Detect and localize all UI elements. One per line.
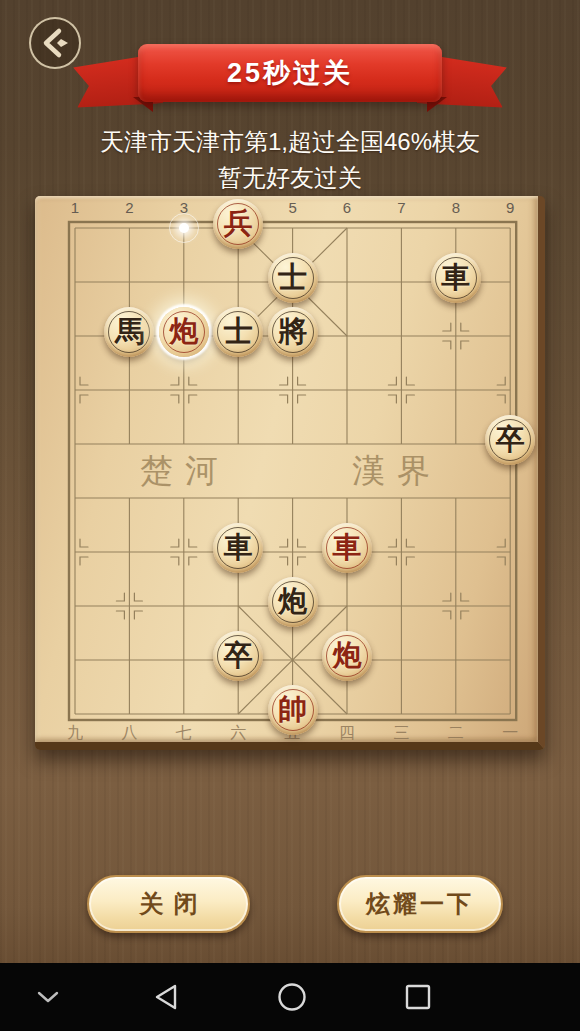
svg-text:一: 一 (502, 723, 518, 742)
xiangqi-board[interactable]: 123456789九八七六五四三二一楚河漢界 兵士車馬炮士將卒車車炮卒炮帥 (35, 196, 545, 750)
piece-red-cannon[interactable]: 炮 (159, 307, 209, 357)
piece-character: 炮 (268, 577, 318, 627)
piece-black-general[interactable]: 將 (268, 307, 318, 357)
piece-character: 車 (322, 523, 372, 573)
back-button[interactable] (29, 17, 81, 69)
svg-text:2: 2 (125, 199, 133, 216)
piece-character: 士 (213, 307, 263, 357)
piece-red-soldier[interactable]: 兵 (213, 199, 263, 249)
piece-character: 炮 (322, 631, 372, 681)
friends-text: 暂无好友过关 (0, 162, 580, 194)
rank-text: 天津市天津市第1,超过全国46%棋友 (0, 126, 580, 158)
piece-black-cannon[interactable]: 炮 (268, 577, 318, 627)
piece-black-chariot[interactable]: 車 (213, 523, 263, 573)
screen: 25秒过关 天津市天津市第1,超过全国46%棋友 暂无好友过关 12345678… (0, 0, 580, 1031)
svg-text:6: 6 (343, 199, 351, 216)
piece-character: 車 (213, 523, 263, 573)
piece-black-soldier[interactable]: 卒 (213, 631, 263, 681)
back-triangle-icon[interactable] (136, 963, 196, 1031)
piece-character: 車 (431, 253, 481, 303)
svg-text:8: 8 (452, 199, 460, 216)
piece-character: 炮 (159, 307, 209, 357)
piece-black-soldier[interactable]: 卒 (485, 415, 535, 465)
svg-text:九: 九 (67, 723, 83, 742)
back-arrow-icon (31, 19, 79, 67)
svg-text:七: 七 (175, 723, 192, 742)
svg-text:7: 7 (397, 199, 405, 216)
svg-text:四: 四 (339, 723, 355, 742)
piece-character: 帥 (268, 685, 318, 735)
piece-character: 將 (268, 307, 318, 357)
last-move-origin-marker (169, 213, 199, 243)
ribbon-band: 25秒过关 (138, 44, 442, 102)
piece-black-chariot[interactable]: 車 (431, 253, 481, 303)
piece-red-general[interactable]: 帥 (268, 685, 318, 735)
home-circle-icon[interactable] (262, 963, 322, 1031)
svg-text:1: 1 (71, 199, 79, 216)
svg-text:楚河: 楚河 (140, 451, 230, 490)
svg-text:二: 二 (448, 723, 464, 742)
recents-square-icon[interactable] (388, 963, 448, 1031)
svg-text:漢界: 漢界 (352, 451, 442, 490)
svg-text:三: 三 (393, 723, 409, 742)
piece-black-horse[interactable]: 馬 (104, 307, 154, 357)
piece-character: 士 (268, 253, 318, 303)
svg-text:5: 5 (288, 199, 296, 216)
banner-ribbon: 25秒过关 (75, 36, 505, 112)
piece-red-chariot[interactable]: 車 (322, 523, 372, 573)
svg-text:9: 9 (506, 199, 514, 216)
chevron-down-icon[interactable] (18, 963, 78, 1031)
piece-character: 卒 (485, 415, 535, 465)
android-nav-bar (0, 963, 580, 1031)
piece-character: 卒 (213, 631, 263, 681)
brag-button[interactable]: 炫耀一下 (337, 875, 503, 933)
svg-text:六: 六 (230, 723, 246, 742)
piece-character: 兵 (213, 199, 263, 249)
piece-character: 馬 (104, 307, 154, 357)
banner-title: 25秒过关 (227, 55, 353, 91)
piece-black-advisor[interactable]: 士 (268, 253, 318, 303)
piece-black-advisor[interactable]: 士 (213, 307, 263, 357)
close-button[interactable]: 关闭 (87, 875, 250, 933)
piece-red-cannon[interactable]: 炮 (322, 631, 372, 681)
svg-text:八: 八 (121, 723, 137, 742)
